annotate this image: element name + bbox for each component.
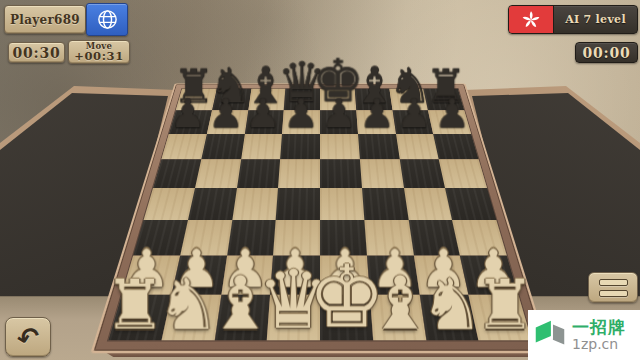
square-c4[interactable] [232,188,278,220]
square-d5[interactable] [278,159,320,188]
square-e7[interactable]: ♟ [320,110,358,133]
menu-button[interactable] [588,272,638,303]
undo-arrow-icon: ↶ [14,319,43,354]
square-b7[interactable]: ♟ [207,110,248,133]
opponent-badge: AI 7 level [508,5,638,34]
move-time-value: +00:31 [74,51,124,63]
piece-black-pawn[interactable]: ♟ [246,94,282,134]
watermark-domain: 1zp.cn [572,337,626,352]
square-d7[interactable]: ♟ [282,110,320,133]
player-name-badge: Player689 [4,5,86,34]
square-b4[interactable] [188,188,237,220]
chess-board[interactable]: ♜♞♝♛♚♝♞♜♟♟♟♟♟♟♟♟♟♟♟♟♟♟♟♟♜♞♝♛♚♝♞♜ [108,89,531,340]
square-e1[interactable]: ♚ [320,295,373,340]
menu-bar-icon [599,279,628,286]
square-c7[interactable]: ♟ [244,110,283,133]
square-h7[interactable]: ♟ [428,110,471,133]
square-d4[interactable] [276,188,320,220]
square-a6[interactable] [161,134,206,160]
player-flag-button[interactable] [86,3,128,36]
move-timer: Move +00:31 [68,40,130,64]
square-g5[interactable] [399,159,445,188]
player-clock-value: 00:30 [12,45,60,61]
undo-button[interactable]: ↶ [5,317,51,357]
piece-white-rook[interactable]: ♜ [475,272,536,340]
piece-black-pawn[interactable]: ♟ [170,94,206,134]
square-g6[interactable] [396,134,439,160]
watermark-logo-icon [531,316,569,354]
square-f6[interactable] [358,134,400,160]
square-f7[interactable]: ♟ [356,110,395,133]
square-g4[interactable] [404,188,453,220]
hong-kong-flag-icon [509,6,554,33]
square-g1[interactable]: ♞ [419,295,479,340]
square-a5[interactable] [153,159,201,188]
game-screen: ♜♞♝♛♚♝♞♜♟♟♟♟♟♟♟♟♟♟♟♟♟♟♟♟♜♞♝♛♚♝♞♜ Player6… [0,0,640,360]
piece-black-pawn[interactable]: ♟ [434,94,470,134]
square-b6[interactable] [201,134,244,160]
square-f5[interactable] [360,159,404,188]
opponent-name: AI 7 level [554,13,637,26]
square-e6[interactable] [320,134,360,160]
watermark-title: 一招牌 [572,319,626,337]
square-a7[interactable]: ♟ [169,110,212,133]
square-f1[interactable]: ♝ [370,295,426,340]
piece-black-pawn[interactable]: ♟ [397,94,433,134]
square-h1[interactable]: ♜ [469,295,532,340]
board-scene: ♜♞♝♛♚♝♞♜♟♟♟♟♟♟♟♟♟♟♟♟♟♟♟♟♜♞♝♛♚♝♞♜ [142,10,498,360]
square-e4[interactable] [320,188,364,220]
square-c6[interactable] [241,134,283,160]
menu-bar-icon [599,290,628,297]
board-frame: ♜♞♝♛♚♝♞♜♟♟♟♟♟♟♟♟♟♟♟♟♟♟♟♟♜♞♝♛♚♝♞♜ [90,83,549,353]
player-clock: 00:30 [8,42,65,63]
globe-icon [96,8,119,31]
square-f4[interactable] [362,188,408,220]
piece-black-pawn[interactable]: ♟ [283,94,319,134]
square-h5[interactable] [439,159,487,188]
square-h4[interactable] [445,188,496,220]
square-h6[interactable] [433,134,478,160]
square-a4[interactable] [144,188,195,220]
square-e5[interactable] [320,159,362,188]
watermark: 一招牌 1zp.cn [528,310,640,360]
square-b5[interactable] [195,159,241,188]
square-c5[interactable] [237,159,281,188]
opponent-clock: 00:00 [575,42,638,63]
player-name: Player689 [10,13,80,27]
piece-black-pawn[interactable]: ♟ [359,94,395,134]
square-g7[interactable]: ♟ [392,110,433,133]
square-d6[interactable] [280,134,320,160]
opponent-clock-value: 00:00 [582,45,630,61]
piece-black-pawn[interactable]: ♟ [321,94,357,134]
piece-black-pawn[interactable]: ♟ [208,94,244,134]
